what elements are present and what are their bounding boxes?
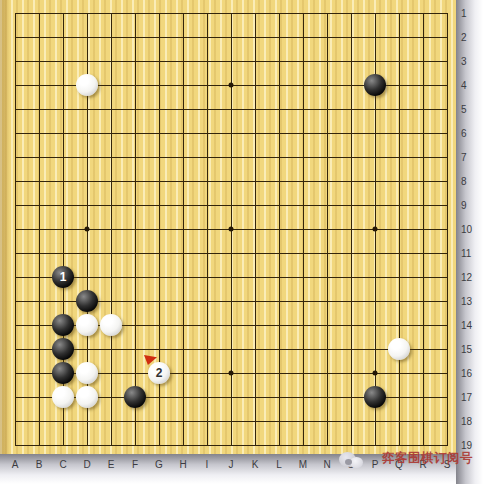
white-stone-D14 <box>76 314 98 336</box>
star-point-J4 <box>229 83 234 88</box>
column-label-D: D <box>83 459 90 470</box>
white-stone-C17 <box>52 386 74 408</box>
column-label-H: H <box>179 459 186 470</box>
watermark: 弈客围棋订阅号 <box>336 446 483 476</box>
row-label-12: 12 <box>461 272 472 283</box>
column-label-K: K <box>252 459 259 470</box>
row-label-8: 8 <box>461 176 467 187</box>
star-point-J10 <box>229 227 234 232</box>
white-stone-D16 <box>76 362 98 384</box>
row-label-9: 9 <box>461 200 467 211</box>
star-point-P10 <box>373 227 378 232</box>
black-stone-C14 <box>52 314 74 336</box>
row-label-11: 11 <box>461 248 471 259</box>
row-label-10: 10 <box>461 224 472 235</box>
black-stone-P17 <box>364 386 386 408</box>
white-stone-E14 <box>100 314 122 336</box>
watermark-text: 弈客围棋订阅号 <box>382 450 473 467</box>
star-point-D10 <box>85 227 90 232</box>
black-stone-C15 <box>52 338 74 360</box>
star-point-J16 <box>229 371 234 376</box>
row-label-3: 3 <box>461 56 467 67</box>
black-stone-D13 <box>76 290 98 312</box>
row-label-7: 7 <box>461 152 467 163</box>
white-stone-Q15 <box>388 338 410 360</box>
row-label-1: 1 <box>461 8 467 19</box>
column-label-L: L <box>276 459 282 470</box>
row-coordinates-strip <box>456 0 483 484</box>
go-diagram: 弈客围棋订阅号 12ABCDEFGHIJKLMNOPQRS12345678910… <box>0 0 483 484</box>
black-stone-P4 <box>364 74 386 96</box>
column-label-C: C <box>59 459 66 470</box>
column-label-J: J <box>229 459 234 470</box>
column-label-E: E <box>108 459 115 470</box>
row-label-4: 4 <box>461 80 467 91</box>
column-label-I: I <box>206 459 209 470</box>
column-label-A: A <box>12 459 19 470</box>
row-label-16: 16 <box>461 368 472 379</box>
column-label-B: B <box>36 459 43 470</box>
black-stone-C12-move-1: 1 <box>52 266 74 288</box>
black-stone-C16 <box>52 362 74 384</box>
column-label-M: M <box>299 459 307 470</box>
white-stone-D17 <box>76 386 98 408</box>
star-point-P16 <box>373 371 378 376</box>
row-label-13: 13 <box>461 296 472 307</box>
white-stone-D4 <box>76 74 98 96</box>
row-label-2: 2 <box>461 32 467 43</box>
row-label-14: 14 <box>461 320 472 331</box>
white-stone-G16-move-2: 2 <box>148 362 170 384</box>
column-label-F: F <box>132 459 138 470</box>
black-stone-F17 <box>124 386 146 408</box>
row-label-6: 6 <box>461 128 467 139</box>
row-label-17: 17 <box>461 392 472 403</box>
row-label-18: 18 <box>461 416 472 427</box>
column-label-N: N <box>323 459 330 470</box>
row-label-15: 15 <box>461 344 472 355</box>
column-label-G: G <box>155 459 163 470</box>
row-label-5: 5 <box>461 104 467 115</box>
watermark-logo-icon <box>345 459 352 465</box>
